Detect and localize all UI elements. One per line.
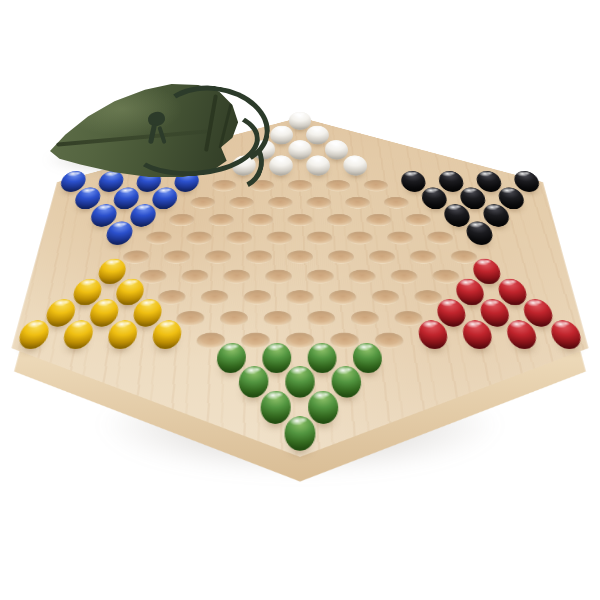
board-hole-empty xyxy=(200,290,228,305)
board-hole-empty xyxy=(208,214,234,226)
marble-green xyxy=(261,391,292,424)
board-hole-empty xyxy=(347,232,373,245)
marble-black xyxy=(437,171,465,192)
product-photo xyxy=(0,0,600,600)
board-hole-empty xyxy=(409,250,437,263)
marble-white xyxy=(288,140,311,160)
board-hole-empty xyxy=(286,333,314,349)
board-hole-empty xyxy=(387,232,414,245)
board-hole-empty xyxy=(349,270,376,284)
board-hole-empty xyxy=(371,290,399,305)
marble-blue xyxy=(105,222,135,245)
board-hole-empty xyxy=(246,250,273,263)
board-hole-empty xyxy=(145,232,172,245)
board-hole-empty xyxy=(368,250,395,263)
board-hole-empty xyxy=(363,180,388,191)
board-hole-empty xyxy=(176,311,205,326)
board-hole-empty xyxy=(384,197,410,209)
board-hole-empty xyxy=(181,270,209,284)
board-hole-empty xyxy=(265,270,292,284)
board-hole-empty xyxy=(427,232,454,245)
marble-yellow xyxy=(151,320,183,349)
board-hole-empty xyxy=(405,214,432,226)
board-hole-empty xyxy=(391,270,419,284)
board-hole-empty xyxy=(351,311,380,326)
marble-white xyxy=(307,155,331,175)
board-hole-empty xyxy=(307,232,333,245)
marble-black xyxy=(400,171,427,192)
board-hole-empty xyxy=(308,270,335,284)
board-hole-empty xyxy=(287,214,312,226)
marble-blue xyxy=(128,204,157,227)
marble-black xyxy=(443,204,472,227)
marble-black xyxy=(465,222,495,245)
board-hole-empty xyxy=(330,333,359,349)
board-hole-empty xyxy=(394,311,423,326)
marble-green xyxy=(284,416,315,451)
board-hole-empty xyxy=(287,250,313,263)
board-hole-empty xyxy=(307,197,332,209)
marble-green xyxy=(353,343,384,373)
board-hole-empty xyxy=(190,197,216,209)
bag-cords xyxy=(50,82,275,187)
board-hole-empty xyxy=(432,270,461,284)
marble-white xyxy=(289,112,312,130)
marble-black xyxy=(421,187,449,209)
board-hole-empty xyxy=(163,250,191,263)
board-hole-empty xyxy=(223,270,250,284)
board-hole-empty xyxy=(326,180,351,191)
board-hole-empty xyxy=(204,250,231,263)
marble-green xyxy=(308,343,337,373)
board-hole-empty xyxy=(264,311,292,326)
board-hole-empty xyxy=(248,214,274,226)
board-hole-empty xyxy=(345,197,370,209)
marble-white xyxy=(343,155,368,175)
board-hole-empty xyxy=(196,333,226,349)
board-hole-empty xyxy=(243,290,271,305)
board-hole-empty xyxy=(450,250,478,263)
board-hole-empty xyxy=(328,250,355,263)
board-hole-empty xyxy=(122,250,150,263)
marble-green xyxy=(238,366,269,398)
board-hole-empty xyxy=(157,290,186,305)
marble-red xyxy=(454,279,485,306)
board-hole-empty xyxy=(308,311,336,326)
board-hole-empty xyxy=(327,214,353,226)
board-hole-empty xyxy=(168,214,195,226)
board-hole-empty xyxy=(186,232,213,245)
marble-yellow xyxy=(61,320,95,349)
marble-white xyxy=(325,140,349,160)
board-hole-empty xyxy=(267,232,293,245)
marble-white xyxy=(306,126,329,145)
marble-red xyxy=(417,320,449,349)
marble-yellow xyxy=(106,320,139,349)
marble-green xyxy=(331,366,362,398)
board-hole-empty xyxy=(220,311,249,326)
marble-green xyxy=(308,391,339,424)
board-hole-empty xyxy=(241,333,270,349)
board-hole-empty xyxy=(286,290,313,305)
board-hole-empty xyxy=(414,290,443,305)
board-hole-empty xyxy=(226,232,252,245)
board-hole-empty xyxy=(366,214,392,226)
marble-green xyxy=(216,343,247,373)
marble-green xyxy=(285,366,315,398)
board-hole-empty xyxy=(229,197,254,209)
marble-green xyxy=(262,343,291,373)
board-hole-empty xyxy=(268,197,293,209)
board-hole-empty xyxy=(329,290,357,305)
board-hole-empty xyxy=(288,180,312,191)
marble-red xyxy=(436,299,468,327)
marble-blue xyxy=(151,187,179,209)
marble-red xyxy=(461,320,494,349)
board-hole-empty xyxy=(139,270,168,284)
board-hole-empty xyxy=(374,333,404,349)
